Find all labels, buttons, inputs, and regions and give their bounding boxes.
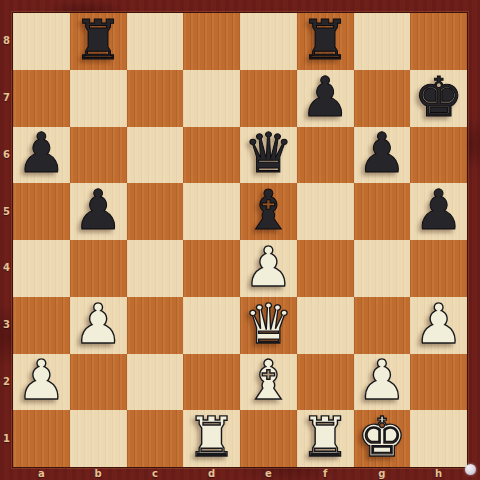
piece-white-pawn[interactable]: ♟ [357, 353, 406, 408]
rank-label-3: 3 [0, 297, 13, 354]
square-a4[interactable] [13, 240, 70, 297]
piece-white-king[interactable]: ♚ [357, 410, 406, 465]
square-d2[interactable] [183, 354, 240, 411]
square-f4[interactable] [297, 240, 354, 297]
square-h6[interactable] [410, 127, 467, 184]
square-g5[interactable] [354, 183, 411, 240]
piece-white-rook[interactable]: ♜ [187, 410, 236, 465]
square-d5[interactable] [183, 183, 240, 240]
square-d6[interactable] [183, 127, 240, 184]
chess-board-frame: ♜♜♟♚♟♛♟♟♝♟♟♟♛♟♟♝♟♜♜♚ 87654321 abcdefgh [0, 0, 480, 480]
rank-label-5: 5 [0, 183, 13, 240]
square-e3[interactable]: ♛ [240, 297, 297, 354]
square-b1[interactable] [70, 410, 127, 467]
chess-board: ♜♜♟♚♟♛♟♟♝♟♟♟♛♟♟♝♟♜♜♚ [13, 13, 467, 467]
square-c4[interactable] [127, 240, 184, 297]
square-g6[interactable]: ♟ [354, 127, 411, 184]
file-label-h: h [410, 467, 467, 480]
square-f1[interactable]: ♜ [297, 410, 354, 467]
square-g1[interactable]: ♚ [354, 410, 411, 467]
rank-label-2: 2 [0, 354, 13, 411]
square-f2[interactable] [297, 354, 354, 411]
rank-label-1: 1 [0, 410, 13, 467]
file-labels: abcdefgh [13, 467, 467, 480]
square-b4[interactable] [70, 240, 127, 297]
square-g2[interactable]: ♟ [354, 354, 411, 411]
piece-black-queen[interactable]: ♛ [244, 126, 293, 181]
piece-black-king[interactable]: ♚ [414, 70, 463, 125]
square-e8[interactable] [240, 13, 297, 70]
file-label-f: f [297, 467, 354, 480]
square-h8[interactable] [410, 13, 467, 70]
square-h5[interactable]: ♟ [410, 183, 467, 240]
square-f6[interactable] [297, 127, 354, 184]
piece-black-pawn[interactable]: ♟ [414, 183, 463, 238]
square-h2[interactable] [410, 354, 467, 411]
rank-label-8: 8 [0, 13, 13, 70]
square-b3[interactable]: ♟ [70, 297, 127, 354]
square-d8[interactable] [183, 13, 240, 70]
square-g4[interactable] [354, 240, 411, 297]
square-g8[interactable] [354, 13, 411, 70]
square-a3[interactable] [13, 297, 70, 354]
square-c2[interactable] [127, 354, 184, 411]
square-f8[interactable]: ♜ [297, 13, 354, 70]
file-label-g: g [354, 467, 411, 480]
file-label-c: c [127, 467, 184, 480]
square-a8[interactable] [13, 13, 70, 70]
file-label-d: d [183, 467, 240, 480]
square-b7[interactable] [70, 70, 127, 127]
square-b2[interactable] [70, 354, 127, 411]
square-c5[interactable] [127, 183, 184, 240]
square-c1[interactable] [127, 410, 184, 467]
piece-white-queen[interactable]: ♛ [244, 297, 293, 352]
square-d1[interactable]: ♜ [183, 410, 240, 467]
square-b6[interactable] [70, 127, 127, 184]
square-d4[interactable] [183, 240, 240, 297]
square-c7[interactable] [127, 70, 184, 127]
square-h3[interactable]: ♟ [410, 297, 467, 354]
square-a2[interactable]: ♟ [13, 354, 70, 411]
rank-label-6: 6 [0, 127, 13, 184]
piece-black-bishop[interactable]: ♝ [244, 183, 293, 238]
square-e5[interactable]: ♝ [240, 183, 297, 240]
square-d7[interactable] [183, 70, 240, 127]
piece-white-bishop[interactable]: ♝ [244, 353, 293, 408]
piece-black-pawn[interactable]: ♟ [17, 126, 66, 181]
square-a5[interactable] [13, 183, 70, 240]
square-h7[interactable]: ♚ [410, 70, 467, 127]
square-g7[interactable] [354, 70, 411, 127]
piece-white-pawn[interactable]: ♟ [73, 297, 122, 352]
file-label-b: b [70, 467, 127, 480]
square-c3[interactable] [127, 297, 184, 354]
piece-black-pawn[interactable]: ♟ [73, 183, 122, 238]
piece-black-pawn[interactable]: ♟ [300, 70, 349, 125]
piece-white-pawn[interactable]: ♟ [244, 240, 293, 295]
rank-labels: 87654321 [0, 13, 13, 467]
square-b5[interactable]: ♟ [70, 183, 127, 240]
rank-label-4: 4 [0, 240, 13, 297]
square-a7[interactable] [13, 70, 70, 127]
square-g3[interactable] [354, 297, 411, 354]
square-h4[interactable] [410, 240, 467, 297]
piece-black-pawn[interactable]: ♟ [357, 126, 406, 181]
rank-label-7: 7 [0, 70, 13, 127]
piece-white-rook[interactable]: ♜ [300, 410, 349, 465]
piece-black-rook[interactable]: ♜ [73, 13, 122, 68]
square-c6[interactable] [127, 127, 184, 184]
piece-white-pawn[interactable]: ♟ [414, 297, 463, 352]
square-f7[interactable]: ♟ [297, 70, 354, 127]
square-h1[interactable] [410, 410, 467, 467]
square-f5[interactable] [297, 183, 354, 240]
square-f3[interactable] [297, 297, 354, 354]
piece-white-pawn[interactable]: ♟ [17, 353, 66, 408]
square-e6[interactable]: ♛ [240, 127, 297, 184]
file-label-a: a [13, 467, 70, 480]
square-c8[interactable] [127, 13, 184, 70]
square-e7[interactable] [240, 70, 297, 127]
square-e4[interactable]: ♟ [240, 240, 297, 297]
square-b8[interactable]: ♜ [70, 13, 127, 70]
file-label-e: e [240, 467, 297, 480]
piece-black-rook[interactable]: ♜ [300, 13, 349, 68]
square-e1[interactable] [240, 410, 297, 467]
square-a1[interactable] [13, 410, 70, 467]
square-a6[interactable]: ♟ [13, 127, 70, 184]
side-to-move-indicator [465, 464, 476, 475]
square-e2[interactable]: ♝ [240, 354, 297, 411]
square-d3[interactable] [183, 297, 240, 354]
